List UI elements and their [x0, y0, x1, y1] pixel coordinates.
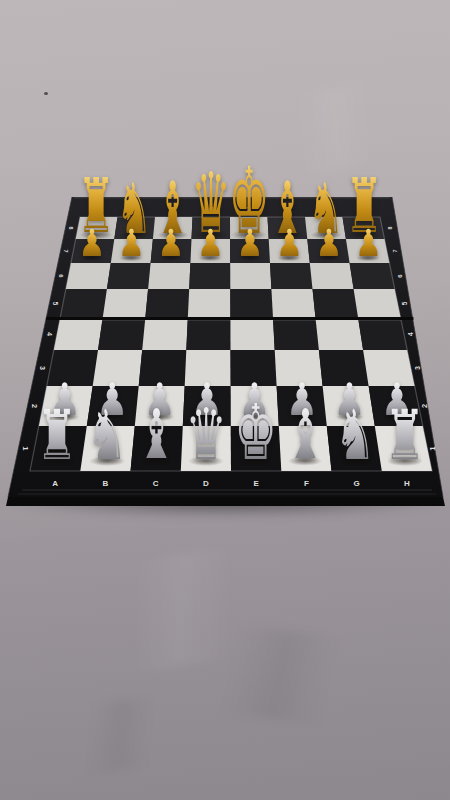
- piece-black-pawn-f7[interactable]: ♟: [276, 231, 303, 261]
- piece-white-king-e1[interactable]: ♚: [234, 418, 277, 466]
- piece-white-rook-a1[interactable]: ♜: [36, 420, 77, 466]
- piece-black-pawn-d7[interactable]: ♟: [197, 231, 224, 261]
- piece-white-bishop-c1[interactable]: ♝: [137, 422, 176, 466]
- piece-black-pawn-h7[interactable]: ♟: [355, 231, 382, 261]
- piece-white-queen-d1[interactable]: ♛: [185, 420, 226, 466]
- piece-white-rook-h1[interactable]: ♜: [384, 420, 425, 466]
- pieces-layer: ♜♞♝♛♚♝♞♜♟♟♟♟♟♟♟♟♟♟♟♟♟♟♟♟♜♞♝♛♚♝♞♜: [0, 0, 450, 800]
- piece-black-pawn-a7[interactable]: ♟: [78, 231, 105, 261]
- piece-black-pawn-c7[interactable]: ♟: [157, 231, 184, 261]
- photo-scene: ABCDEFGHABCDEFGH1122334455667788 ♜♞♝♛♚♝♞…: [0, 0, 450, 800]
- piece-black-pawn-b7[interactable]: ♟: [118, 231, 145, 261]
- piece-white-knight-b1[interactable]: ♞: [86, 420, 127, 466]
- piece-white-knight-g1[interactable]: ♞: [334, 420, 375, 466]
- piece-white-bishop-f1[interactable]: ♝: [286, 422, 325, 466]
- piece-black-pawn-e7[interactable]: ♟: [236, 231, 263, 261]
- piece-black-pawn-g7[interactable]: ♟: [315, 231, 342, 261]
